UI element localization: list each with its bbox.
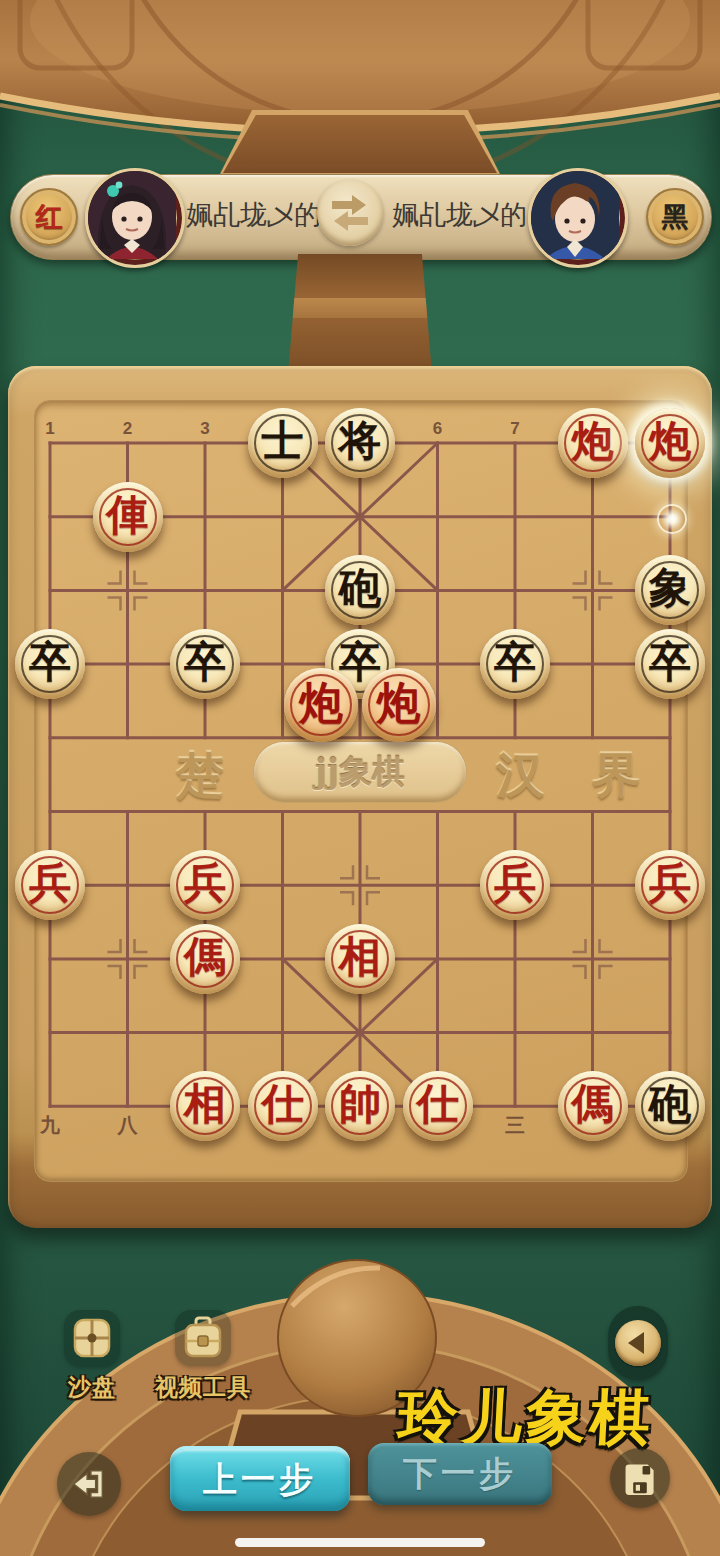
file-label-top-7: 7: [502, 419, 528, 439]
piece-red-仕[interactable]: 仕: [248, 1071, 318, 1141]
piece-black-砲[interactable]: 砲: [635, 1071, 705, 1141]
home-indicator[interactable]: [235, 1538, 485, 1547]
file-label-bottom-2: 八: [115, 1112, 141, 1139]
river-text-han-jie: 汉界: [496, 744, 688, 808]
piece-red-兵[interactable]: 兵: [635, 850, 705, 920]
swap-arrows-glyph: [328, 191, 372, 235]
piece-black-象[interactable]: 象: [635, 555, 705, 625]
red-side-badge: 红: [20, 188, 78, 246]
back-button[interactable]: [57, 1452, 121, 1516]
jj-xiangqi-logo: jj象棋: [254, 742, 466, 802]
red-player-avatar[interactable]: [85, 168, 185, 268]
video-tools-icon: [175, 1310, 231, 1366]
piece-black-卒[interactable]: 卒: [635, 629, 705, 699]
sandbox-label: 沙盘: [44, 1372, 140, 1403]
file-label-bottom-1: 九: [37, 1112, 63, 1139]
file-label-top-6: 6: [425, 419, 451, 439]
table-pedestal-top: [218, 110, 502, 178]
girl-avatar-illustration: [88, 171, 176, 259]
file-label-top-1: 1: [37, 419, 63, 439]
sandbox-icon: [64, 1310, 120, 1366]
piece-red-相[interactable]: 相: [325, 924, 395, 994]
save-button[interactable]: [610, 1448, 670, 1508]
last-move-origin-marker: [657, 504, 687, 534]
save-floppy-icon: [623, 1461, 657, 1495]
video-tools-button[interactable]: 视频工具: [138, 1310, 268, 1403]
black-side-badge: 黑: [646, 188, 704, 246]
boy-avatar-illustration: [531, 171, 619, 259]
piece-red-傌[interactable]: 傌: [558, 1071, 628, 1141]
piece-red-帥[interactable]: 帥: [325, 1071, 395, 1141]
piece-red-仕[interactable]: 仕: [403, 1071, 473, 1141]
black-player-avatar[interactable]: [528, 168, 628, 268]
piece-red-炮[interactable]: 炮: [362, 668, 436, 742]
file-label-top-3: 3: [192, 419, 218, 439]
table-pedestal-column: [288, 254, 432, 374]
next-step-button[interactable]: 下一步: [368, 1443, 552, 1505]
piece-red-兵[interactable]: 兵: [170, 850, 240, 920]
collapse-panel-button[interactable]: [608, 1306, 668, 1380]
piece-red-俥[interactable]: 俥: [93, 482, 163, 552]
piece-red-傌[interactable]: 傌: [170, 924, 240, 994]
piece-red-兵[interactable]: 兵: [480, 850, 550, 920]
piece-black-士[interactable]: 士: [248, 408, 318, 478]
piece-red-炮[interactable]: 炮: [558, 408, 628, 478]
piece-black-将[interactable]: 将: [325, 408, 395, 478]
file-label-bottom-7: 三: [502, 1112, 528, 1139]
collapse-icon: [615, 1320, 661, 1366]
app-screen: 红 姵乩垅乄的... 姵乩垅乄的...: [0, 0, 720, 1556]
piece-black-砲[interactable]: 砲: [325, 555, 395, 625]
video-tools-label: 视频工具: [138, 1372, 268, 1403]
previous-step-button[interactable]: 上一步: [170, 1446, 350, 1511]
swap-sides-icon[interactable]: [317, 180, 383, 246]
file-label-top-2: 2: [115, 419, 141, 439]
piece-red-兵[interactable]: 兵: [15, 850, 85, 920]
piece-black-卒[interactable]: 卒: [480, 629, 550, 699]
sandbox-tool-button[interactable]: 沙盘: [44, 1310, 140, 1403]
piece-red-相[interactable]: 相: [170, 1071, 240, 1141]
piece-red-炮[interactable]: 炮: [635, 408, 705, 478]
piece-black-卒[interactable]: 卒: [170, 629, 240, 699]
piece-black-卒[interactable]: 卒: [15, 629, 85, 699]
back-arrow-icon: [70, 1465, 108, 1503]
